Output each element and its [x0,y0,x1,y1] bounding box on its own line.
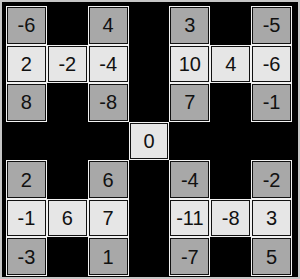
number-cell[interactable]: 7 [89,200,128,237]
empty-cell [130,161,169,198]
empty-cell [130,200,169,237]
number-cell[interactable]: 10 [170,46,209,83]
number-cell[interactable]: -2 [252,161,291,198]
number-cell[interactable]: 6 [48,200,87,237]
empty-cell [211,84,250,121]
empty-cell [211,123,250,160]
number-cell[interactable]: 4 [211,46,250,83]
empty-cell [48,161,87,198]
number-cell[interactable]: 5 [252,238,291,275]
number-cell[interactable]: -2 [48,46,87,83]
number-cell[interactable]: 2 [7,46,46,83]
empty-cell [130,84,169,121]
number-cell[interactable]: -1 [252,84,291,121]
number-cell[interactable]: -11 [170,200,209,237]
number-cell[interactable]: 3 [252,200,291,237]
empty-cell [48,123,87,160]
number-cell[interactable]: 2 [7,161,46,198]
empty-cell [252,123,291,160]
number-cell[interactable]: 0 [130,123,169,160]
number-cell[interactable]: -8 [211,200,250,237]
number-cell[interactable]: 7 [170,84,209,121]
number-cell[interactable]: 6 [89,161,128,198]
number-cell[interactable]: -7 [170,238,209,275]
puzzle-grid: -643-52-2-4104-68-87-1026-4-2-167-11-83-… [7,7,291,275]
empty-cell [211,7,250,44]
puzzle-board: -643-52-2-4104-68-87-1026-4-2-167-11-83-… [0,0,300,279]
empty-cell [48,7,87,44]
number-cell[interactable]: 8 [7,84,46,121]
number-cell[interactable]: -6 [252,46,291,83]
empty-cell [170,123,209,160]
number-cell[interactable]: 3 [170,7,209,44]
empty-cell [130,7,169,44]
empty-cell [7,123,46,160]
empty-cell [211,238,250,275]
number-cell[interactable]: -5 [252,7,291,44]
number-cell[interactable]: -6 [7,7,46,44]
number-cell[interactable]: 1 [89,238,128,275]
empty-cell [48,84,87,121]
number-cell[interactable]: -3 [7,238,46,275]
number-cell[interactable]: -8 [89,84,128,121]
empty-cell [48,238,87,275]
empty-cell [211,161,250,198]
number-cell[interactable]: -4 [89,46,128,83]
number-cell[interactable]: 4 [89,7,128,44]
number-cell[interactable]: -4 [170,161,209,198]
empty-cell [130,46,169,83]
empty-cell [130,238,169,275]
number-cell[interactable]: -1 [7,200,46,237]
empty-cell [89,123,128,160]
